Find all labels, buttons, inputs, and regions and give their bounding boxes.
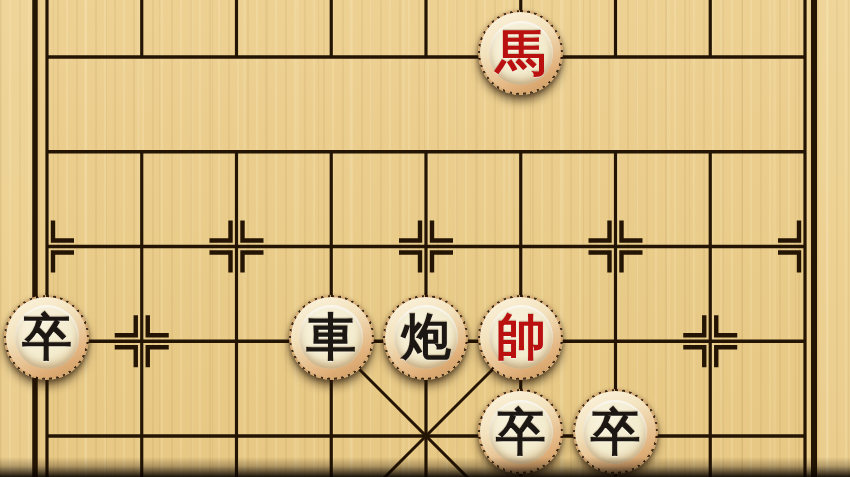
piece-face: 馬 xyxy=(489,21,553,85)
piece-glyph: 炮 xyxy=(401,312,451,362)
piece-glyph: 卒 xyxy=(590,407,640,457)
piece-red-horse[interactable]: 馬 xyxy=(478,10,563,95)
piece-black-cannon[interactable]: 炮 xyxy=(383,295,468,380)
piece-glyph: 卒 xyxy=(496,407,546,457)
piece-face: 車 xyxy=(299,305,363,369)
piece-face: 卒 xyxy=(15,305,79,369)
piece-face: 卒 xyxy=(489,400,553,464)
piece-black-chariot[interactable]: 車 xyxy=(289,295,374,380)
piece-face: 帥 xyxy=(489,305,553,369)
piece-glyph: 卒 xyxy=(22,312,72,362)
piece-black-soldier-c[interactable]: 卒 xyxy=(573,389,658,474)
piece-glyph: 帥 xyxy=(496,312,546,362)
piece-glyph: 車 xyxy=(306,312,356,362)
piece-red-general[interactable]: 帥 xyxy=(478,295,563,380)
piece-glyph: 馬 xyxy=(496,28,546,78)
piece-face: 卒 xyxy=(583,400,647,464)
piece-black-soldier-b[interactable]: 卒 xyxy=(478,389,563,474)
piece-layer: 馬 卒 車 炮 帥 卒 xyxy=(0,10,850,477)
piece-face: 炮 xyxy=(394,305,458,369)
xiangqi-board[interactable]: 馬 卒 車 炮 帥 卒 xyxy=(0,0,850,477)
piece-black-soldier-a[interactable]: 卒 xyxy=(4,295,89,380)
